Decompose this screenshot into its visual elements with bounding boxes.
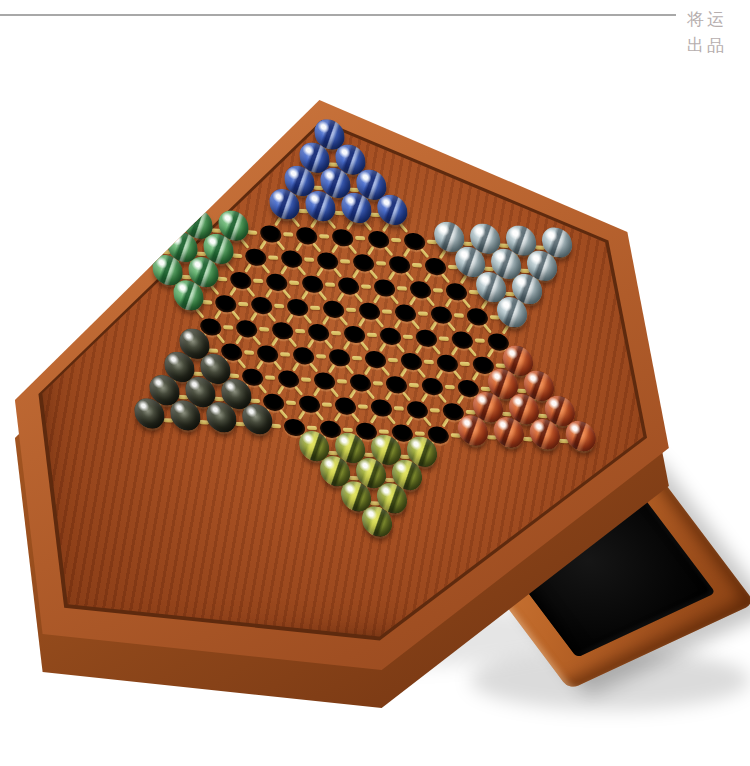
brass-inlay-dash: [286, 314, 294, 324]
board-hole: [322, 300, 345, 318]
brass-inlay-dash: [310, 306, 320, 310]
board-hole: [369, 398, 392, 416]
brass-inlay-dash: [316, 354, 326, 358]
brass-inlay-dash: [295, 329, 305, 333]
board-hole: [235, 319, 258, 337]
brass-inlay-dash: [363, 221, 372, 231]
board-hole: [295, 226, 318, 244]
brass-inlay-dash: [276, 241, 285, 251]
brass-inlay-dash: [330, 388, 339, 398]
brass-inlay-dash: [301, 378, 311, 382]
brass-inlay-dash: [426, 297, 435, 307]
brass-inlay-dash: [367, 246, 375, 256]
brass-inlay-dash: [471, 371, 479, 381]
brass-inlay-dash: [214, 310, 222, 320]
product-photo-scene: 将运 出品: [0, 0, 750, 766]
brass-inlay-dash: [388, 358, 398, 362]
brass-inlay-dash: [315, 411, 324, 421]
brass-inlay-dash: [283, 232, 293, 236]
brass-inlay-dash: [465, 323, 473, 333]
brass-inlay-dash: [327, 220, 336, 230]
brass-inlay-dash: [292, 362, 300, 372]
board-hole: [312, 371, 335, 389]
board-hole: [327, 348, 350, 366]
brass-inlay-dash: [462, 299, 471, 309]
board-hole: [450, 331, 473, 349]
brass-inlay-dash: [412, 263, 422, 267]
brass-inlay-dash: [240, 239, 249, 249]
board-hole: [280, 249, 303, 267]
brass-inlay-dash: [390, 295, 399, 305]
brass-inlay-dash: [409, 383, 419, 387]
brass-inlay-dash: [468, 347, 477, 357]
brass-inlay-dash: [223, 325, 233, 329]
brass-inlay-dash: [382, 223, 390, 233]
board-top-face: [8, 76, 700, 676]
brass-inlay-dash: [318, 291, 327, 301]
brass-inlay-dash: [445, 385, 455, 389]
board-hole: [259, 224, 282, 242]
brass-inlay-dash: [403, 335, 413, 339]
brass-inlay-dash: [343, 428, 353, 432]
brass-inlay-dash: [345, 365, 354, 375]
brass-inlay-dash: [429, 321, 437, 331]
brass-inlay-dash: [246, 287, 255, 297]
board-hole: [378, 327, 401, 345]
brass-inlay-dash: [453, 370, 462, 380]
brass-inlay-dash: [348, 389, 356, 399]
brass-inlay-dash: [252, 336, 261, 346]
brass-inlay-dash: [414, 344, 422, 354]
board-hole: [307, 323, 330, 341]
marble-blue: [375, 194, 409, 226]
brass-inlay-dash: [454, 313, 464, 317]
board-hole: [420, 377, 443, 395]
board-hole: [286, 298, 309, 316]
brass-inlay-dash: [439, 337, 449, 341]
brass-inlay-dash: [331, 244, 339, 254]
brass-inlay-dash: [352, 269, 360, 279]
board-hole: [331, 228, 354, 246]
board-hole: [292, 346, 315, 364]
board-hole: [136, 242, 159, 260]
brass-inlay-dash: [132, 233, 141, 243]
brass-inlay-dash: [151, 234, 159, 244]
board-hole: [265, 273, 288, 291]
brass-inlay-dash: [405, 272, 414, 282]
brass-inlay-dash: [313, 387, 321, 397]
brass-inlay-dash: [139, 225, 149, 229]
board-hole: [229, 271, 252, 289]
brass-inlay-dash: [325, 283, 335, 287]
brass-inlay-dash: [297, 266, 306, 276]
brass-inlay-dash: [423, 273, 431, 283]
brass-inlay-dash: [394, 406, 404, 410]
board-hole: [367, 230, 390, 248]
brass-inlay-dash: [195, 309, 204, 319]
board-hole: [393, 304, 416, 322]
brass-inlay-dash: [307, 426, 317, 430]
brass-inlay-dash: [379, 430, 389, 434]
brass-inlay-dash: [348, 245, 357, 255]
brand-line-2: 出品: [687, 32, 747, 58]
brass-inlay-dash: [229, 374, 239, 378]
board-hole: [414, 329, 437, 347]
brass-inlay-dash: [274, 217, 282, 227]
brass-inlay-dash: [373, 381, 383, 385]
brass-inlay-dash: [291, 218, 300, 228]
brass-inlay-dash: [301, 290, 309, 300]
brass-inlay-dash: [237, 359, 246, 369]
brass-inlay-dash: [459, 275, 467, 285]
brand-mark: 将运 出品: [687, 6, 747, 59]
brass-inlay-dash: [346, 308, 356, 312]
board-hole: [435, 354, 458, 372]
brass-inlay-dash: [273, 361, 282, 371]
brass-inlay-dash: [337, 292, 345, 302]
brass-inlay-dash: [433, 288, 443, 292]
brass-inlay-dash: [351, 413, 360, 423]
brass-inlay-dash: [225, 262, 234, 272]
brass-inlay-dash: [358, 317, 366, 327]
brand-line-1: 将运: [687, 6, 747, 32]
brass-inlay-dash: [253, 279, 263, 283]
marble-green: [130, 229, 164, 261]
brass-inlay-dash: [444, 298, 452, 308]
board-hole: [402, 232, 425, 250]
brass-inlay-dash: [397, 286, 407, 290]
brass-inlay-dash: [435, 370, 443, 380]
brass-inlay-dash: [384, 247, 393, 257]
brass-inlay-dash: [480, 300, 488, 310]
brass-inlay-dash: [369, 270, 378, 280]
brass-inlay-dash: [403, 248, 411, 258]
brass-inlay-dash: [358, 405, 368, 409]
brass-inlay-dash: [295, 242, 303, 252]
brass-inlay-dash: [378, 343, 386, 353]
brass-inlay-dash: [384, 391, 392, 401]
brass-inlay-dash: [402, 392, 411, 402]
brass-inlay-dash: [486, 348, 494, 358]
brass-inlay-dash: [423, 417, 432, 427]
brass-inlay-dash: [307, 339, 315, 349]
brass-inlay-dash: [231, 311, 240, 321]
board-hole: [277, 369, 300, 387]
board-hole: [352, 253, 375, 271]
brass-inlay-dash: [399, 223, 408, 233]
brass-inlay-dash: [343, 341, 351, 351]
brass-inlay-dash: [381, 367, 390, 377]
brass-inlay-dash: [303, 314, 312, 324]
board-hole: [408, 280, 431, 298]
brass-inlay-dash: [415, 432, 425, 436]
board-hole: [250, 296, 273, 314]
brass-inlay-dash: [501, 325, 509, 335]
brass-inlay-dash: [346, 221, 354, 231]
brass-inlay-dash: [316, 267, 324, 277]
brass-inlay-dash: [244, 263, 252, 273]
brass-inlay-dash: [387, 415, 396, 425]
brass-inlay-dash: [309, 363, 318, 373]
brass-inlay-dash: [408, 296, 416, 306]
brass-inlay-dash: [337, 379, 347, 383]
board-hole: [405, 400, 428, 418]
brass-inlay-dash: [450, 346, 458, 356]
brass-inlay-dash: [229, 287, 237, 297]
brass-inlay-dash: [456, 395, 464, 405]
brass-inlay-dash: [210, 286, 219, 296]
marble-orange-red: [564, 420, 598, 452]
brass-inlay-dash: [288, 338, 297, 348]
brass-inlay-dash: [420, 393, 428, 403]
marble-green: [145, 206, 179, 238]
brass-inlay-dash: [396, 343, 405, 353]
brass-inlay-dash: [388, 271, 396, 281]
board-hole: [301, 275, 324, 293]
board-hole: [465, 307, 488, 325]
brass-inlay-dash: [259, 240, 267, 250]
brass-inlay-dash: [261, 264, 270, 274]
brass-inlay-dash: [333, 268, 342, 278]
brass-inlay-dash: [304, 258, 314, 262]
brass-inlay-dash: [361, 285, 371, 289]
board-hole: [387, 255, 410, 273]
board-hole: [256, 344, 279, 362]
brass-inlay-dash: [247, 231, 257, 235]
brass-inlay-dash: [483, 324, 492, 334]
brass-inlay-dash: [438, 394, 447, 404]
brass-inlay-dash: [235, 335, 243, 345]
brass-inlay-dash: [352, 356, 362, 360]
brass-inlay-dash: [258, 384, 267, 394]
board-hole: [357, 302, 380, 320]
board-hole: [423, 257, 446, 275]
board-hole: [337, 277, 360, 295]
brass-inlay-dash: [420, 248, 429, 258]
brass-inlay-dash: [339, 316, 348, 326]
brass-inlay-dash: [217, 277, 227, 281]
brass-inlay-dash: [265, 376, 275, 380]
brass-inlay-dash: [216, 334, 225, 344]
brass-inlay-dash: [232, 254, 242, 258]
brass-inlay-dash: [289, 281, 299, 285]
brass-inlay-dash: [331, 331, 341, 335]
brass-inlay-dash: [340, 259, 350, 263]
brass-inlay-dash: [399, 368, 407, 378]
chinese-checkers-board: [8, 76, 700, 676]
brass-inlay-dash: [319, 234, 329, 238]
brass-inlay-dash: [268, 256, 278, 260]
brass-inlay-dash: [280, 265, 288, 275]
board-hole: [429, 305, 452, 323]
board-hole: [214, 294, 237, 312]
board-hole: [342, 325, 365, 343]
brass-inlay-dash: [447, 322, 456, 332]
brass-inlay-dash: [294, 386, 303, 396]
brass-inlay-dash: [175, 227, 185, 231]
board-hole: [297, 395, 320, 413]
brass-inlay-dash: [441, 274, 450, 284]
brass-inlay-dash: [324, 340, 333, 350]
brass-inlay-dash: [391, 238, 401, 242]
board-hole: [444, 282, 467, 300]
brass-inlay-dash: [280, 352, 290, 356]
board-hole: [363, 350, 386, 368]
brass-inlay-dash: [256, 360, 264, 370]
brass-inlay-dash: [354, 293, 363, 303]
board-hole: [316, 251, 339, 269]
brass-inlay-dash: [271, 337, 279, 347]
brass-inlay-dash: [360, 341, 369, 351]
brass-inlay-dash: [277, 385, 285, 395]
brass-inlay-dash: [274, 304, 284, 308]
brass-inlay-dash: [310, 219, 318, 229]
brass-inlay-dash: [282, 289, 291, 299]
star-grid: [95, 116, 613, 552]
brass-inlay-dash: [244, 351, 254, 355]
brass-inlay-dash: [441, 418, 449, 428]
brass-inlay-dash: [259, 327, 269, 331]
brass-inlay-dash: [475, 339, 485, 343]
board-hole: [372, 278, 395, 296]
brass-inlay-dash: [238, 302, 248, 306]
brass-inlay-dash: [250, 312, 258, 322]
brass-inlay-dash: [367, 333, 377, 337]
brass-inlay-dash: [286, 401, 296, 405]
brass-inlay-dash: [432, 345, 441, 355]
board-hole: [384, 375, 407, 393]
board-hole: [399, 352, 422, 370]
board-hole: [333, 397, 356, 415]
brass-inlay-dash: [250, 399, 260, 403]
brass-inlay-dash: [405, 416, 413, 426]
brass-inlay-dash: [418, 312, 428, 316]
brass-inlay-dash: [208, 349, 218, 353]
brass-inlay-dash: [430, 408, 440, 412]
brass-inlay-dash: [312, 243, 321, 253]
brass-inlay-dash: [328, 364, 336, 374]
brass-inlay-dash: [376, 261, 386, 265]
brass-inlay-dash: [363, 366, 371, 376]
brass-inlay-dash: [297, 410, 305, 420]
brass-inlay-dash: [373, 294, 381, 304]
brass-inlay-dash: [333, 412, 341, 422]
brass-inlay-dash: [202, 300, 212, 304]
brass-inlay-dash: [322, 403, 332, 407]
brass-inlay-dash: [438, 250, 446, 260]
header-divider-line: [0, 14, 676, 16]
board-hole: [244, 248, 267, 266]
board-hole: [151, 219, 174, 237]
brass-inlay-dash: [355, 236, 365, 240]
brass-inlay-dash: [417, 368, 426, 378]
board-hole: [271, 321, 294, 339]
marble-green: [109, 204, 143, 236]
board-hole: [348, 373, 371, 391]
brass-inlay-dash: [369, 414, 377, 424]
brass-inlay-dash: [411, 320, 420, 330]
brass-inlay-dash: [271, 424, 281, 428]
brass-inlay-dash: [382, 310, 392, 314]
brass-inlay-dash: [265, 288, 273, 298]
brass-inlay-dash: [375, 318, 384, 328]
brass-inlay-dash: [424, 360, 434, 364]
brass-inlay-dash: [460, 362, 470, 366]
brass-inlay-dash: [267, 313, 276, 323]
brass-inlay-dash: [366, 390, 375, 400]
board-hole: [115, 217, 138, 235]
brass-inlay-dash: [393, 319, 401, 329]
brass-inlay-dash: [279, 409, 288, 419]
brass-inlay-dash: [322, 316, 330, 326]
